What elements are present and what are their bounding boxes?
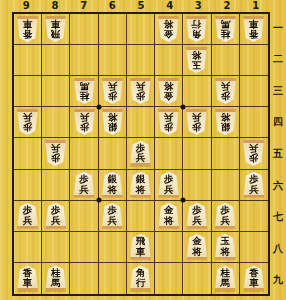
star-point-icon xyxy=(181,105,186,110)
square-1e[interactable]: 歩兵 xyxy=(240,138,268,169)
rank-label: 六 xyxy=(270,170,286,202)
piece-kanji: 将 xyxy=(192,247,202,258)
piece-kanji: 歩 xyxy=(164,122,174,133)
square-9b[interactable] xyxy=(14,45,42,76)
square-2c[interactable]: 歩兵 xyxy=(212,76,240,107)
square-7g[interactable] xyxy=(70,201,98,232)
piece-sente-pawn[interactable]: 歩兵 xyxy=(101,203,124,229)
square-6c[interactable]: 歩兵 xyxy=(99,76,127,107)
piece-gote-pawn[interactable]: 歩兵 xyxy=(242,140,265,166)
square-7c[interactable]: 桂馬 xyxy=(70,76,98,107)
piece-gote-gold[interactable]: 金将 xyxy=(157,16,180,42)
square-1d[interactable] xyxy=(240,107,268,138)
square-3e[interactable] xyxy=(183,138,211,169)
rank-label: 五 xyxy=(270,138,286,170)
square-8h[interactable] xyxy=(42,232,70,263)
rank-labels: 一二三四五六七八九 xyxy=(270,12,286,296)
piece-kanji: 兵 xyxy=(23,112,33,123)
square-4i[interactable] xyxy=(155,263,183,294)
piece-kanji: 歩 xyxy=(23,122,33,133)
piece-kanji: 桂 xyxy=(79,91,89,102)
piece-sente-knight[interactable]: 桂馬 xyxy=(214,265,237,291)
piece-kanji: 兵 xyxy=(164,185,174,196)
rank-label: 二 xyxy=(270,44,286,76)
piece-kanji: 車 xyxy=(136,247,146,258)
square-4e[interactable] xyxy=(155,138,183,169)
square-7b[interactable] xyxy=(70,45,98,76)
piece-kanji: 兵 xyxy=(51,216,61,227)
piece-sente-pawn[interactable]: 歩兵 xyxy=(185,203,208,229)
piece-sente-lance[interactable]: 香車 xyxy=(16,265,39,291)
piece-kanji: 兵 xyxy=(249,143,259,154)
piece-gote-gold[interactable]: 金将 xyxy=(157,78,180,104)
square-3a[interactable]: 角行 xyxy=(183,14,211,45)
piece-sente-knight[interactable]: 桂馬 xyxy=(44,265,67,291)
piece-kanji: 行 xyxy=(136,278,146,289)
piece-kanji: 将 xyxy=(220,247,230,258)
square-6h[interactable] xyxy=(99,232,127,263)
square-3b[interactable]: 玉将 xyxy=(183,45,211,76)
square-5i[interactable]: 角行 xyxy=(127,263,155,294)
file-label: 8 xyxy=(41,0,70,12)
square-1g[interactable] xyxy=(240,201,268,232)
piece-kanji: 歩 xyxy=(192,122,202,133)
square-1a[interactable]: 香車 xyxy=(240,14,268,45)
piece-kanji: 歩 xyxy=(108,91,118,102)
file-label: 3 xyxy=(184,0,213,12)
piece-kanji: 兵 xyxy=(108,81,118,92)
square-3f[interactable] xyxy=(183,170,211,201)
piece-kanji: 兵 xyxy=(164,112,174,123)
square-9a[interactable]: 香車 xyxy=(14,14,42,45)
square-5h[interactable]: 飛車 xyxy=(127,232,155,263)
piece-sente-gold[interactable]: 金将 xyxy=(185,234,208,260)
piece-kanji: 将 xyxy=(164,19,174,30)
piece-kanji: 角 xyxy=(192,29,202,40)
square-5d[interactable] xyxy=(127,107,155,138)
square-5b[interactable] xyxy=(127,45,155,76)
piece-sente-pawn[interactable]: 歩兵 xyxy=(214,203,237,229)
piece-gote-pawn[interactable]: 歩兵 xyxy=(101,78,124,104)
piece-gote-knight[interactable]: 桂馬 xyxy=(73,78,96,104)
square-2d[interactable]: 銀将 xyxy=(212,107,240,138)
file-label: 4 xyxy=(155,0,184,12)
piece-kanji: 兵 xyxy=(108,216,118,227)
piece-kanji: 歩 xyxy=(136,91,146,102)
piece-sente-silver[interactable]: 銀将 xyxy=(101,172,124,198)
piece-kanji: 兵 xyxy=(192,216,202,227)
square-6d[interactable]: 銀将 xyxy=(99,107,127,138)
square-4d[interactable]: 歩兵 xyxy=(155,107,183,138)
file-label: 2 xyxy=(213,0,242,12)
piece-kanji: 兵 xyxy=(220,216,230,227)
shogi-app: 987654321 一二三四五六七八九 香車飛車金将角行桂馬香車玉将桂馬歩兵歩兵… xyxy=(0,0,286,300)
piece-kanji: 銀 xyxy=(108,122,118,133)
square-8e[interactable]: 歩兵 xyxy=(42,138,70,169)
square-9d[interactable]: 歩兵 xyxy=(14,107,42,138)
piece-sente-pawn[interactable]: 歩兵 xyxy=(16,203,39,229)
star-point-icon xyxy=(181,198,186,203)
square-1i[interactable]: 香車 xyxy=(240,263,268,294)
piece-gote-pawn[interactable]: 歩兵 xyxy=(157,109,180,135)
piece-kanji: 銀 xyxy=(220,122,230,133)
rank-label: 七 xyxy=(270,201,286,233)
square-8i[interactable]: 桂馬 xyxy=(42,263,70,294)
shogi-board: 香車飛車金将角行桂馬香車玉将桂馬歩兵歩兵金将歩兵歩兵歩兵銀将歩兵歩兵銀将歩兵歩兵… xyxy=(12,12,270,296)
piece-sente-pawn[interactable]: 歩兵 xyxy=(157,172,180,198)
square-9c[interactable] xyxy=(14,76,42,107)
square-7e[interactable] xyxy=(70,138,98,169)
piece-kanji: 車 xyxy=(249,19,259,30)
piece-kanji: 兵 xyxy=(79,185,89,196)
rank-label: 九 xyxy=(270,264,286,296)
square-2g[interactable]: 歩兵 xyxy=(212,201,240,232)
piece-kanji: 桂 xyxy=(220,29,230,40)
piece-kanji: 将 xyxy=(164,81,174,92)
piece-kanji: 金 xyxy=(164,91,174,102)
square-2b[interactable] xyxy=(212,45,240,76)
piece-kanji: 将 xyxy=(108,112,118,123)
piece-kanji: 馬 xyxy=(220,278,230,289)
piece-kanji: 玉 xyxy=(192,60,202,71)
piece-gote-knight[interactable]: 桂馬 xyxy=(214,16,237,42)
piece-kanji: 将 xyxy=(220,112,230,123)
square-5e[interactable]: 歩兵 xyxy=(127,138,155,169)
piece-kanji: 馬 xyxy=(79,81,89,92)
square-3c[interactable] xyxy=(183,76,211,107)
piece-kanji: 車 xyxy=(51,19,61,30)
piece-kanji: 金 xyxy=(164,29,174,40)
piece-kanji: 行 xyxy=(192,19,202,30)
square-7a[interactable] xyxy=(70,14,98,45)
piece-gote-bishop[interactable]: 角行 xyxy=(185,16,208,42)
piece-gote-king[interactable]: 玉将 xyxy=(185,47,208,73)
square-8f[interactable] xyxy=(42,170,70,201)
square-9f[interactable] xyxy=(14,170,42,201)
square-6b[interactable] xyxy=(99,45,127,76)
square-4a[interactable]: 金将 xyxy=(155,14,183,45)
square-8d[interactable] xyxy=(42,107,70,138)
piece-gote-rook[interactable]: 飛車 xyxy=(44,16,67,42)
piece-kanji: 兵 xyxy=(23,216,33,227)
piece-kanji: 兵 xyxy=(79,112,89,123)
rank-label: 八 xyxy=(270,233,286,265)
piece-gote-pawn[interactable]: 歩兵 xyxy=(129,78,152,104)
square-4f[interactable]: 歩兵 xyxy=(155,170,183,201)
piece-sente-pawn[interactable]: 歩兵 xyxy=(242,172,265,198)
square-4c[interactable]: 金将 xyxy=(155,76,183,107)
square-8b[interactable] xyxy=(42,45,70,76)
piece-kanji: 歩 xyxy=(51,153,61,164)
file-labels: 987654321 xyxy=(12,0,270,12)
piece-sente-pawn[interactable]: 歩兵 xyxy=(129,140,152,166)
square-6i[interactable] xyxy=(99,263,127,294)
piece-gote-pawn[interactable]: 歩兵 xyxy=(44,140,67,166)
file-label: 1 xyxy=(241,0,270,12)
piece-gote-lance[interactable]: 香車 xyxy=(16,16,39,42)
piece-sente-pawn[interactable]: 歩兵 xyxy=(73,172,96,198)
piece-kanji: 歩 xyxy=(249,153,259,164)
square-7f[interactable]: 歩兵 xyxy=(70,170,98,201)
piece-kanji: 将 xyxy=(192,50,202,61)
square-8c[interactable] xyxy=(42,76,70,107)
piece-gote-silver[interactable]: 銀将 xyxy=(214,109,237,135)
piece-kanji: 兵 xyxy=(136,153,146,164)
square-7h[interactable] xyxy=(70,232,98,263)
square-3h[interactable]: 金将 xyxy=(183,232,211,263)
piece-kanji: 車 xyxy=(23,19,33,30)
piece-kanji: 香 xyxy=(249,29,259,40)
piece-kanji: 車 xyxy=(23,278,33,289)
square-5c[interactable]: 歩兵 xyxy=(127,76,155,107)
piece-sente-king[interactable]: 玉将 xyxy=(214,234,237,260)
piece-kanji: 兵 xyxy=(192,112,202,123)
square-6a[interactable] xyxy=(99,14,127,45)
piece-kanji: 兵 xyxy=(51,143,61,154)
file-label: 7 xyxy=(69,0,98,12)
piece-sente-bishop[interactable]: 角行 xyxy=(129,265,152,291)
square-6g[interactable]: 歩兵 xyxy=(99,201,127,232)
piece-sente-pawn[interactable]: 歩兵 xyxy=(44,203,67,229)
square-2f[interactable] xyxy=(212,170,240,201)
piece-kanji: 歩 xyxy=(220,91,230,102)
star-point-icon xyxy=(97,198,102,203)
square-8g[interactable]: 歩兵 xyxy=(42,201,70,232)
square-3i[interactable] xyxy=(183,263,211,294)
piece-kanji: 飛 xyxy=(51,29,61,40)
square-3d[interactable]: 歩兵 xyxy=(183,107,211,138)
piece-kanji: 歩 xyxy=(79,122,89,133)
file-label: 6 xyxy=(98,0,127,12)
square-2i[interactable]: 桂馬 xyxy=(212,263,240,294)
piece-kanji: 車 xyxy=(249,278,259,289)
piece-gote-silver[interactable]: 銀将 xyxy=(101,109,124,135)
piece-gote-lance[interactable]: 香車 xyxy=(242,16,265,42)
square-2a[interactable]: 桂馬 xyxy=(212,14,240,45)
piece-gote-pawn[interactable]: 歩兵 xyxy=(16,109,39,135)
square-6f[interactable]: 銀将 xyxy=(99,170,127,201)
square-5a[interactable] xyxy=(127,14,155,45)
piece-sente-gold[interactable]: 金将 xyxy=(157,203,180,229)
square-5f[interactable]: 銀将 xyxy=(127,170,155,201)
rank-label: 四 xyxy=(270,107,286,139)
piece-gote-pawn[interactable]: 歩兵 xyxy=(73,109,96,135)
piece-gote-pawn[interactable]: 歩兵 xyxy=(185,109,208,135)
star-point-icon xyxy=(97,105,102,110)
square-4h[interactable] xyxy=(155,232,183,263)
square-6e[interactable] xyxy=(99,138,127,169)
square-9e[interactable] xyxy=(14,138,42,169)
rank-label: 三 xyxy=(270,75,286,107)
square-9h[interactable] xyxy=(14,232,42,263)
piece-kanji: 将 xyxy=(164,216,174,227)
piece-kanji: 将 xyxy=(108,185,118,196)
file-label: 9 xyxy=(12,0,41,12)
square-3g[interactable]: 歩兵 xyxy=(183,201,211,232)
square-4g[interactable]: 金将 xyxy=(155,201,183,232)
square-1f[interactable]: 歩兵 xyxy=(240,170,268,201)
piece-kanji: 香 xyxy=(23,29,33,40)
square-1h[interactable] xyxy=(240,232,268,263)
square-4b[interactable] xyxy=(155,45,183,76)
piece-kanji: 馬 xyxy=(220,19,230,30)
square-2e[interactable] xyxy=(212,138,240,169)
square-7d[interactable]: 歩兵 xyxy=(70,107,98,138)
square-1c[interactable] xyxy=(240,76,268,107)
square-8a[interactable]: 飛車 xyxy=(42,14,70,45)
piece-kanji: 兵 xyxy=(249,185,259,196)
piece-sente-lance[interactable]: 香車 xyxy=(242,265,265,291)
square-5g[interactable] xyxy=(127,201,155,232)
square-7i[interactable] xyxy=(70,263,98,294)
square-9g[interactable]: 歩兵 xyxy=(14,201,42,232)
square-9i[interactable]: 香車 xyxy=(14,263,42,294)
square-2h[interactable]: 玉将 xyxy=(212,232,240,263)
piece-kanji: 馬 xyxy=(51,278,61,289)
piece-sente-rook[interactable]: 飛車 xyxy=(129,234,152,260)
rank-label: 一 xyxy=(270,12,286,44)
file-label: 5 xyxy=(127,0,156,12)
piece-kanji: 将 xyxy=(136,185,146,196)
piece-gote-pawn[interactable]: 歩兵 xyxy=(214,78,237,104)
piece-sente-silver[interactable]: 銀将 xyxy=(129,172,152,198)
piece-kanji: 兵 xyxy=(136,81,146,92)
square-1b[interactable] xyxy=(240,45,268,76)
piece-kanji: 兵 xyxy=(220,81,230,92)
